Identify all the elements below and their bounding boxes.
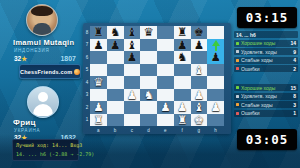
square-d1[interactable]	[140, 114, 157, 127]
white-piece-a4[interactable]: ♛	[93, 76, 103, 89]
square-a2[interactable]: ♟	[90, 101, 107, 114]
square-e7[interactable]	[157, 39, 174, 52]
star-icon: ★	[21, 55, 27, 62]
square-e5[interactable]	[157, 64, 174, 77]
white-piece-f2[interactable]: ♟	[177, 101, 187, 114]
stat-bullet-icon	[236, 59, 239, 62]
stat-label: Удовлетв. ходы	[241, 93, 291, 99]
white-piece-a2[interactable]: ♟	[93, 101, 103, 114]
black-piece-f6[interactable]: ♞	[177, 51, 187, 64]
square-f8[interactable]: ♜	[174, 26, 191, 39]
square-d8[interactable]: ♛	[140, 26, 157, 39]
white-piece-g2[interactable]: ♝	[194, 101, 204, 114]
chessfriends-logo[interactable]: ChessFriends.com	[19, 64, 81, 79]
stat-bullet-icon	[236, 103, 239, 106]
square-h6[interactable]: ♟	[207, 51, 224, 64]
black-piece-b7[interactable]: ♟	[110, 39, 120, 52]
white-piece-g5[interactable]: ♝	[194, 64, 204, 77]
white-piece-h2[interactable]: ♟	[210, 101, 220, 114]
file-label-c: c	[124, 127, 141, 133]
bottom-player-clock: 03:05	[237, 129, 297, 150]
stat-row-4: Ошибки2	[234, 65, 298, 72]
square-a7[interactable]: ♟	[90, 39, 107, 52]
file-label-f: f	[174, 127, 191, 133]
square-b1[interactable]	[107, 114, 124, 127]
square-a8[interactable]: ♜	[90, 26, 107, 39]
top-player-meta: 32★ 1807	[14, 55, 76, 63]
square-g2[interactable]: ♝	[191, 101, 208, 114]
square-h2[interactable]: ♟	[207, 101, 224, 114]
square-d6[interactable]	[140, 51, 157, 64]
square-b2[interactable]	[107, 101, 124, 114]
black-piece-c8[interactable]: ♝	[127, 26, 137, 39]
stat-value: 2	[293, 66, 296, 72]
black-piece-a8[interactable]: ♜	[93, 26, 103, 39]
square-h1[interactable]	[207, 114, 224, 127]
stat-label: Слабые ходы	[241, 102, 291, 108]
stat-value: 9	[293, 49, 296, 55]
square-c5[interactable]	[124, 64, 141, 77]
stat-bullet-icon	[236, 112, 239, 115]
top-player-clock: 03:15	[237, 7, 297, 28]
square-g8[interactable]: ♚	[191, 26, 208, 39]
square-a4[interactable]: ♛	[90, 76, 107, 89]
square-c6[interactable]: ♟	[124, 51, 141, 64]
square-c3[interactable]: ♟	[124, 89, 141, 102]
logo-badge-icon	[74, 69, 80, 75]
rank-label-8: 8	[84, 26, 90, 39]
avatar-top-player[interactable]	[26, 4, 58, 36]
stat-bullet-icon	[236, 50, 239, 53]
file-label-b: b	[107, 127, 124, 133]
square-h8[interactable]	[207, 26, 224, 39]
black-piece-g8[interactable]: ♚	[194, 26, 204, 39]
square-b7[interactable]: ♟	[107, 39, 124, 52]
rank-label-4: 4	[84, 76, 90, 89]
stat-label: Ошибки	[241, 110, 291, 116]
bottom-player-country: УКРАИНА	[14, 128, 40, 133]
square-g1[interactable]: ♚	[191, 114, 208, 127]
stat-bullet-icon	[236, 67, 239, 70]
square-c4[interactable]	[124, 76, 141, 89]
rank-label-1: 1	[84, 114, 90, 127]
square-d5[interactable]	[140, 64, 157, 77]
square-g4[interactable]	[191, 76, 208, 89]
square-d2[interactable]	[140, 101, 157, 114]
stat-label: Ошибки	[241, 66, 291, 72]
stat-row-1: Хорошие ходы15	[234, 84, 298, 91]
square-e6[interactable]	[157, 51, 174, 64]
stat-row-3: Слабые ходы4	[234, 57, 298, 64]
avatar-bottom-player[interactable]	[27, 86, 59, 118]
square-a6[interactable]	[90, 51, 107, 64]
square-d4[interactable]	[140, 76, 157, 89]
stat-row-1: Хорошие ходы14	[234, 40, 298, 47]
file-label-d: d	[140, 127, 157, 133]
square-e4[interactable]	[157, 76, 174, 89]
stat-row-3: Слабые ходы3	[234, 101, 298, 108]
stat-value: 1	[293, 110, 296, 116]
black-piece-c6[interactable]: ♟	[127, 51, 137, 64]
square-e8[interactable]	[157, 26, 174, 39]
black-piece-a7[interactable]: ♟	[93, 39, 103, 52]
top-player-name: Imamul Mutaqin	[13, 38, 85, 47]
square-e1[interactable]	[157, 114, 174, 127]
square-e2[interactable]: ♟	[157, 101, 174, 114]
black-piece-h6[interactable]: ♟	[210, 51, 220, 64]
avatar-photo	[31, 6, 53, 16]
square-b3[interactable]	[107, 89, 124, 102]
square-c8[interactable]: ♝	[124, 26, 141, 39]
engine-analysis-panel: Лучший ход: 14... Bxg3 14. ... h6 (-2.88…	[12, 139, 79, 161]
logo-text: ChessFriends.com	[20, 69, 72, 75]
square-b4[interactable]	[107, 76, 124, 89]
black-piece-g7[interactable]: ♟	[194, 39, 204, 52]
white-piece-d3[interactable]: ♞	[143, 89, 153, 102]
square-h5[interactable]	[207, 64, 224, 77]
square-b6[interactable]	[107, 51, 124, 64]
white-piece-e2[interactable]: ♟	[160, 101, 170, 114]
current-move-row: 14. ... h6	[234, 31, 298, 38]
stat-bullet-icon	[236, 42, 239, 45]
file-label-g: g	[191, 127, 208, 133]
stat-label: Слабые ходы	[241, 57, 291, 63]
square-c2[interactable]	[124, 101, 141, 114]
stat-label: Хорошие ходы	[241, 40, 288, 46]
stat-value: 15	[290, 85, 296, 91]
square-f2[interactable]: ♟	[174, 101, 191, 114]
square-f6[interactable]: ♞	[174, 51, 191, 64]
best-move-line: Лучший ход: 14... Bxg3	[16, 142, 75, 148]
square-g6[interactable]	[191, 51, 208, 64]
white-piece-f1[interactable]: ♜	[177, 114, 187, 127]
stat-bullet-icon	[236, 95, 239, 98]
white-piece-c3[interactable]: ♟	[127, 89, 137, 102]
black-piece-f8[interactable]: ♜	[177, 26, 187, 39]
square-f5[interactable]	[174, 64, 191, 77]
played-move-line: 14. ... h6 (-2.88 → -2.79)	[16, 151, 75, 157]
stat-value: 14	[290, 40, 296, 46]
black-piece-b8[interactable]: ♞	[110, 26, 120, 39]
square-a1[interactable]: ♜	[90, 114, 107, 127]
file-label-e: e	[157, 127, 174, 133]
bottom-player-move-stats: Хорошие ходы15Удовлетв. ходы8Слабые ходы…	[234, 84, 298, 118]
stat-row-4: Ошибки1	[234, 110, 298, 117]
chess-board[interactable]: ♜♞♝♛♜♚♟♟♝♟♟♟♞♟♝♛♟♞♟♟♟♟♝♟♜♜♚	[90, 26, 224, 126]
square-f1[interactable]: ♜	[174, 114, 191, 127]
person-icon	[38, 92, 48, 102]
bottom-player-name: Фриц	[13, 118, 85, 127]
top-player-rating: 1807	[60, 55, 76, 62]
stat-value: 8	[293, 93, 296, 99]
stat-value: 4	[293, 57, 296, 63]
stat-label: Удовлетв. ходы	[241, 49, 291, 55]
stat-row-2: Удовлетв. ходы9	[234, 48, 298, 55]
rank-label-2: 2	[84, 101, 90, 114]
square-d3[interactable]: ♞	[140, 89, 157, 102]
white-piece-a1[interactable]: ♜	[93, 114, 103, 127]
top-player-move-stats: 14. ... h6Хорошие ходы14Удовлетв. ходы9С…	[234, 31, 298, 74]
square-g7[interactable]: ♟	[191, 39, 208, 52]
rank-label-7: 7	[84, 39, 90, 52]
square-c1[interactable]	[124, 114, 141, 127]
top-player-stars: 32★	[14, 55, 27, 63]
rank-label-6: 6	[84, 51, 90, 64]
white-piece-g1[interactable]: ♚	[194, 114, 204, 127]
stat-row-2: Удовлетв. ходы8	[234, 93, 298, 100]
square-f4[interactable]	[174, 76, 191, 89]
square-b5[interactable]	[107, 64, 124, 77]
stat-label: Хорошие ходы	[241, 85, 288, 91]
rank-label-5: 5	[84, 64, 90, 77]
rank-label-3: 3	[84, 89, 90, 102]
square-d7[interactable]	[140, 39, 157, 52]
stat-value: 3	[293, 102, 296, 108]
top-player-country: ИНДОНЕЗИЯ	[14, 48, 50, 53]
move-arrow	[211, 40, 221, 51]
file-label-h: h	[207, 127, 224, 133]
stat-bullet-icon	[236, 86, 239, 89]
square-g5[interactable]: ♝	[191, 64, 208, 77]
square-h4[interactable]	[207, 76, 224, 89]
black-piece-d8[interactable]: ♛	[143, 26, 153, 39]
file-label-a: a	[90, 127, 107, 133]
square-b8[interactable]: ♞	[107, 26, 124, 39]
chessfriends-game-screen: Imamul Mutaqin ИНДОНЕЗИЯ 32★ 1807 ChessF…	[0, 0, 300, 168]
